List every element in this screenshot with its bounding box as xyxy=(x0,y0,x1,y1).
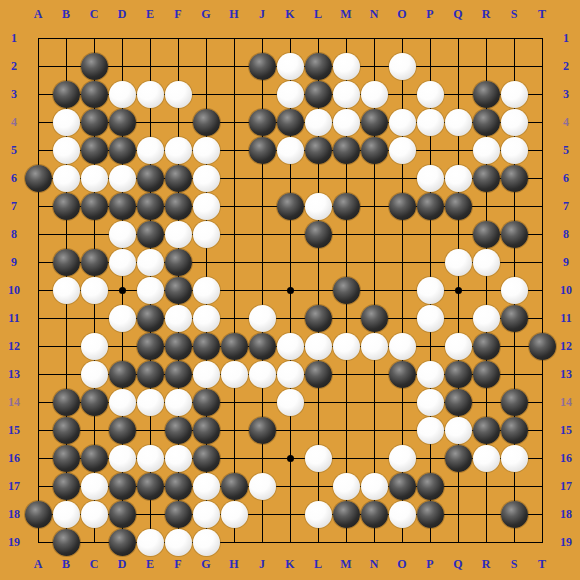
row-label-left: 19 xyxy=(4,535,24,549)
white-stone[interactable]: ○ xyxy=(305,109,332,136)
white-stone[interactable]: ○ xyxy=(193,137,220,164)
column-label-top: K xyxy=(280,7,300,21)
black-stone[interactable]: ● xyxy=(333,193,360,220)
column-label-bottom: G xyxy=(196,557,216,571)
white-stone[interactable]: ○ xyxy=(501,137,528,164)
black-stone[interactable]: ● xyxy=(361,109,388,136)
white-stone[interactable]: ○ xyxy=(109,305,136,332)
black-stone[interactable]: ● xyxy=(221,473,248,500)
white-stone[interactable]: ○ xyxy=(109,165,136,192)
white-stone[interactable]: ○ xyxy=(193,305,220,332)
black-stone[interactable]: ● xyxy=(81,193,108,220)
black-stone[interactable]: ● xyxy=(109,473,136,500)
black-stone[interactable]: ● xyxy=(193,417,220,444)
white-stone[interactable]: ○ xyxy=(109,389,136,416)
black-stone[interactable]: ● xyxy=(305,53,332,80)
column-label-bottom: S xyxy=(504,557,524,571)
row-label-right: 1 xyxy=(556,31,576,45)
black-stone[interactable]: ● xyxy=(445,389,472,416)
black-stone[interactable]: ● xyxy=(53,249,80,276)
black-stone[interactable]: ● xyxy=(193,109,220,136)
row-label-left: 5 xyxy=(4,143,24,157)
white-stone[interactable]: ○ xyxy=(333,333,360,360)
white-stone[interactable]: ○ xyxy=(389,445,416,472)
column-label-bottom: R xyxy=(476,557,496,571)
white-stone[interactable]: ○ xyxy=(193,361,220,388)
black-stone[interactable]: ● xyxy=(193,333,220,360)
star-point xyxy=(119,287,126,294)
black-stone[interactable]: ● xyxy=(305,137,332,164)
white-stone[interactable]: ○ xyxy=(165,81,192,108)
black-stone[interactable]: ● xyxy=(529,333,556,360)
black-stone[interactable]: ● xyxy=(473,417,500,444)
white-stone[interactable]: ○ xyxy=(193,529,220,556)
row-label-right: 7 xyxy=(556,199,576,213)
white-stone[interactable]: ○ xyxy=(81,501,108,528)
white-stone[interactable]: ○ xyxy=(249,361,276,388)
column-label-bottom: O xyxy=(392,557,412,571)
black-stone[interactable]: ● xyxy=(249,53,276,80)
black-stone[interactable]: ● xyxy=(473,361,500,388)
black-stone[interactable]: ● xyxy=(417,473,444,500)
white-stone[interactable]: ○ xyxy=(417,277,444,304)
column-label-top: G xyxy=(196,7,216,21)
white-stone[interactable]: ○ xyxy=(277,361,304,388)
black-stone[interactable]: ● xyxy=(109,193,136,220)
black-stone[interactable]: ● xyxy=(109,137,136,164)
black-stone[interactable]: ● xyxy=(473,333,500,360)
row-label-right: 16 xyxy=(556,451,576,465)
row-label-right: 11 xyxy=(556,311,576,325)
white-stone[interactable]: ○ xyxy=(305,333,332,360)
white-stone[interactable]: ○ xyxy=(473,305,500,332)
white-stone[interactable]: ○ xyxy=(221,361,248,388)
white-stone[interactable]: ○ xyxy=(249,305,276,332)
black-stone[interactable]: ● xyxy=(137,305,164,332)
column-label-bottom: A xyxy=(28,557,48,571)
black-stone[interactable]: ● xyxy=(81,445,108,472)
column-label-top: M xyxy=(336,7,356,21)
row-label-right: 4 xyxy=(556,115,576,129)
row-label-right: 13 xyxy=(556,367,576,381)
white-stone[interactable]: ○ xyxy=(137,529,164,556)
white-stone[interactable]: ○ xyxy=(249,473,276,500)
white-stone[interactable]: ○ xyxy=(81,361,108,388)
column-label-top: F xyxy=(168,7,188,21)
row-label-right: 6 xyxy=(556,171,576,185)
black-stone[interactable]: ● xyxy=(81,109,108,136)
white-stone[interactable]: ○ xyxy=(277,53,304,80)
column-label-top: T xyxy=(532,7,552,21)
white-stone[interactable]: ○ xyxy=(445,165,472,192)
black-stone[interactable]: ● xyxy=(361,501,388,528)
row-label-right: 12 xyxy=(556,339,576,353)
black-stone[interactable]: ● xyxy=(445,445,472,472)
black-stone[interactable]: ● xyxy=(53,389,80,416)
white-stone[interactable]: ○ xyxy=(389,53,416,80)
black-stone[interactable]: ● xyxy=(165,473,192,500)
white-stone[interactable]: ○ xyxy=(137,81,164,108)
black-stone[interactable]: ● xyxy=(361,305,388,332)
white-stone[interactable]: ○ xyxy=(501,277,528,304)
column-label-top: R xyxy=(476,7,496,21)
black-stone[interactable]: ● xyxy=(165,249,192,276)
black-stone[interactable]: ● xyxy=(389,361,416,388)
white-stone[interactable]: ○ xyxy=(417,165,444,192)
white-stone[interactable]: ○ xyxy=(137,389,164,416)
white-stone[interactable]: ○ xyxy=(417,417,444,444)
black-stone[interactable]: ● xyxy=(109,361,136,388)
black-stone[interactable]: ● xyxy=(109,501,136,528)
column-label-bottom: Q xyxy=(448,557,468,571)
row-label-left: 9 xyxy=(4,255,24,269)
white-stone[interactable]: ○ xyxy=(501,81,528,108)
black-stone[interactable]: ● xyxy=(53,473,80,500)
column-label-top: B xyxy=(56,7,76,21)
black-stone[interactable]: ● xyxy=(417,193,444,220)
white-stone[interactable]: ○ xyxy=(445,109,472,136)
black-stone[interactable]: ● xyxy=(305,361,332,388)
black-stone[interactable]: ● xyxy=(53,529,80,556)
white-stone[interactable]: ○ xyxy=(137,277,164,304)
row-label-left: 7 xyxy=(4,199,24,213)
white-stone[interactable]: ○ xyxy=(305,501,332,528)
black-stone[interactable]: ● xyxy=(165,333,192,360)
black-stone[interactable]: ● xyxy=(473,165,500,192)
white-stone[interactable]: ○ xyxy=(277,389,304,416)
black-stone[interactable]: ● xyxy=(165,361,192,388)
white-stone[interactable]: ○ xyxy=(417,389,444,416)
white-stone[interactable]: ○ xyxy=(361,333,388,360)
white-stone[interactable]: ○ xyxy=(53,137,80,164)
star-point xyxy=(287,287,294,294)
black-stone[interactable]: ● xyxy=(333,137,360,164)
row-label-left: 18 xyxy=(4,507,24,521)
column-label-bottom: C xyxy=(84,557,104,571)
row-label-left: 16 xyxy=(4,451,24,465)
column-label-bottom: H xyxy=(224,557,244,571)
black-stone[interactable]: ● xyxy=(53,445,80,472)
white-stone[interactable]: ○ xyxy=(333,81,360,108)
column-label-top: Q xyxy=(448,7,468,21)
white-stone[interactable]: ○ xyxy=(417,109,444,136)
black-stone[interactable]: ● xyxy=(81,137,108,164)
row-label-right: 2 xyxy=(556,59,576,73)
column-label-bottom: B xyxy=(56,557,76,571)
black-stone[interactable]: ● xyxy=(53,193,80,220)
white-stone[interactable]: ○ xyxy=(445,249,472,276)
column-label-top: J xyxy=(252,7,272,21)
white-stone[interactable]: ○ xyxy=(473,445,500,472)
white-stone[interactable]: ○ xyxy=(53,277,80,304)
white-stone[interactable]: ○ xyxy=(389,137,416,164)
column-label-top: C xyxy=(84,7,104,21)
column-label-bottom: T xyxy=(532,557,552,571)
black-stone[interactable]: ● xyxy=(137,193,164,220)
white-stone[interactable]: ○ xyxy=(81,165,108,192)
white-stone[interactable]: ○ xyxy=(221,501,248,528)
black-stone[interactable]: ● xyxy=(501,221,528,248)
black-stone[interactable]: ● xyxy=(249,333,276,360)
white-stone[interactable]: ○ xyxy=(165,529,192,556)
black-stone[interactable]: ● xyxy=(333,501,360,528)
white-stone[interactable]: ○ xyxy=(445,333,472,360)
black-stone[interactable]: ● xyxy=(137,221,164,248)
row-label-left: 3 xyxy=(4,87,24,101)
column-label-bottom: E xyxy=(140,557,160,571)
black-stone[interactable]: ● xyxy=(165,501,192,528)
black-stone[interactable]: ● xyxy=(389,473,416,500)
row-label-left: 8 xyxy=(4,227,24,241)
white-stone[interactable]: ○ xyxy=(417,361,444,388)
white-stone[interactable]: ○ xyxy=(81,333,108,360)
white-stone[interactable]: ○ xyxy=(501,445,528,472)
black-stone[interactable]: ● xyxy=(109,109,136,136)
white-stone[interactable]: ○ xyxy=(305,445,332,472)
row-label-left: 13 xyxy=(4,367,24,381)
white-stone[interactable]: ○ xyxy=(193,501,220,528)
row-label-left: 10 xyxy=(4,283,24,297)
black-stone[interactable]: ● xyxy=(193,389,220,416)
white-stone[interactable]: ○ xyxy=(501,109,528,136)
column-label-top: L xyxy=(308,7,328,21)
column-label-bottom: N xyxy=(364,557,384,571)
black-stone[interactable]: ● xyxy=(501,501,528,528)
white-stone[interactable]: ○ xyxy=(165,137,192,164)
white-stone[interactable]: ○ xyxy=(137,445,164,472)
black-stone[interactable]: ● xyxy=(501,165,528,192)
white-stone[interactable]: ○ xyxy=(333,53,360,80)
white-stone[interactable]: ○ xyxy=(165,445,192,472)
column-label-top: S xyxy=(504,7,524,21)
white-stone[interactable]: ○ xyxy=(137,137,164,164)
grid-line-vertical xyxy=(542,38,543,543)
column-label-top: P xyxy=(420,7,440,21)
white-stone[interactable]: ○ xyxy=(193,473,220,500)
black-stone[interactable]: ● xyxy=(389,193,416,220)
black-stone[interactable]: ● xyxy=(361,137,388,164)
column-label-top: O xyxy=(392,7,412,21)
white-stone[interactable]: ○ xyxy=(193,221,220,248)
white-stone[interactable]: ○ xyxy=(389,333,416,360)
black-stone[interactable]: ● xyxy=(305,81,332,108)
column-label-top: D xyxy=(112,7,132,21)
row-label-right: 3 xyxy=(556,87,576,101)
white-stone[interactable]: ○ xyxy=(109,249,136,276)
white-stone[interactable]: ○ xyxy=(81,473,108,500)
row-label-left: 17 xyxy=(4,479,24,493)
black-stone[interactable]: ● xyxy=(137,361,164,388)
white-stone[interactable]: ○ xyxy=(193,193,220,220)
black-stone[interactable]: ● xyxy=(221,333,248,360)
black-stone[interactable]: ● xyxy=(501,417,528,444)
white-stone[interactable]: ○ xyxy=(137,249,164,276)
black-stone[interactable]: ● xyxy=(165,277,192,304)
black-stone[interactable]: ● xyxy=(445,193,472,220)
row-label-right: 14 xyxy=(556,395,576,409)
row-label-right: 15 xyxy=(556,423,576,437)
column-label-bottom: J xyxy=(252,557,272,571)
black-stone[interactable]: ● xyxy=(53,417,80,444)
white-stone[interactable]: ○ xyxy=(473,137,500,164)
black-stone[interactable]: ● xyxy=(249,137,276,164)
black-stone[interactable]: ● xyxy=(249,417,276,444)
column-label-bottom: F xyxy=(168,557,188,571)
white-stone[interactable]: ○ xyxy=(333,109,360,136)
column-label-bottom: P xyxy=(420,557,440,571)
black-stone[interactable]: ● xyxy=(81,389,108,416)
black-stone[interactable]: ● xyxy=(137,473,164,500)
white-stone[interactable]: ○ xyxy=(165,389,192,416)
column-label-bottom: D xyxy=(112,557,132,571)
black-stone[interactable]: ● xyxy=(305,221,332,248)
black-stone[interactable]: ● xyxy=(137,165,164,192)
white-stone[interactable]: ○ xyxy=(165,221,192,248)
column-label-bottom: M xyxy=(336,557,356,571)
white-stone[interactable]: ○ xyxy=(305,193,332,220)
white-stone[interactable]: ○ xyxy=(277,333,304,360)
black-stone[interactable]: ● xyxy=(305,305,332,332)
row-label-left: 15 xyxy=(4,423,24,437)
black-stone[interactable]: ● xyxy=(473,109,500,136)
black-stone[interactable]: ● xyxy=(25,165,52,192)
white-stone[interactable]: ○ xyxy=(445,417,472,444)
row-label-left: 6 xyxy=(4,171,24,185)
white-stone[interactable]: ○ xyxy=(473,249,500,276)
black-stone[interactable]: ● xyxy=(277,109,304,136)
row-label-right: 9 xyxy=(556,255,576,269)
row-label-left: 2 xyxy=(4,59,24,73)
white-stone[interactable]: ○ xyxy=(417,305,444,332)
black-stone[interactable]: ● xyxy=(137,333,164,360)
white-stone[interactable]: ○ xyxy=(53,501,80,528)
white-stone[interactable]: ○ xyxy=(389,109,416,136)
row-label-right: 18 xyxy=(556,507,576,521)
row-label-right: 10 xyxy=(556,283,576,297)
column-label-bottom: K xyxy=(280,557,300,571)
column-label-top: A xyxy=(28,7,48,21)
black-stone[interactable]: ● xyxy=(109,529,136,556)
row-label-left: 1 xyxy=(4,31,24,45)
black-stone[interactable]: ● xyxy=(501,389,528,416)
white-stone[interactable]: ○ xyxy=(53,109,80,136)
row-label-left: 11 xyxy=(4,311,24,325)
white-stone[interactable]: ○ xyxy=(277,81,304,108)
white-stone[interactable]: ○ xyxy=(333,473,360,500)
row-label-right: 17 xyxy=(556,479,576,493)
black-stone[interactable]: ● xyxy=(81,53,108,80)
column-label-top: H xyxy=(224,7,244,21)
black-stone[interactable]: ● xyxy=(445,361,472,388)
goban[interactable]: AABBCCDDEEFFGGHHJJKKLLMMNNOOPPQQRRSSTT11… xyxy=(0,0,580,580)
white-stone[interactable]: ○ xyxy=(389,501,416,528)
black-stone[interactable]: ● xyxy=(81,81,108,108)
black-stone[interactable]: ● xyxy=(165,417,192,444)
black-stone[interactable]: ● xyxy=(333,277,360,304)
black-stone[interactable]: ● xyxy=(193,445,220,472)
column-label-top: N xyxy=(364,7,384,21)
black-stone[interactable]: ● xyxy=(277,193,304,220)
row-label-right: 8 xyxy=(556,227,576,241)
row-label-right: 5 xyxy=(556,143,576,157)
white-stone[interactable]: ○ xyxy=(81,277,108,304)
black-stone[interactable]: ● xyxy=(165,193,192,220)
star-point xyxy=(455,287,462,294)
white-stone[interactable]: ○ xyxy=(361,81,388,108)
white-stone[interactable]: ○ xyxy=(193,165,220,192)
column-label-bottom: L xyxy=(308,557,328,571)
row-label-left: 14 xyxy=(4,395,24,409)
black-stone[interactable]: ● xyxy=(25,501,52,528)
white-stone[interactable]: ○ xyxy=(109,445,136,472)
column-label-top: E xyxy=(140,7,160,21)
row-label-right: 19 xyxy=(556,535,576,549)
black-stone[interactable]: ● xyxy=(249,109,276,136)
white-stone[interactable]: ○ xyxy=(53,165,80,192)
star-point xyxy=(287,455,294,462)
row-label-left: 4 xyxy=(4,115,24,129)
black-stone[interactable]: ● xyxy=(165,165,192,192)
black-stone[interactable]: ● xyxy=(109,417,136,444)
row-label-left: 12 xyxy=(4,339,24,353)
white-stone[interactable]: ○ xyxy=(165,305,192,332)
white-stone[interactable]: ○ xyxy=(109,81,136,108)
white-stone[interactable]: ○ xyxy=(193,277,220,304)
black-stone[interactable]: ● xyxy=(473,221,500,248)
black-stone[interactable]: ● xyxy=(81,249,108,276)
black-stone[interactable]: ● xyxy=(501,305,528,332)
white-stone[interactable]: ○ xyxy=(417,81,444,108)
black-stone[interactable]: ● xyxy=(473,81,500,108)
black-stone[interactable]: ● xyxy=(417,501,444,528)
white-stone[interactable]: ○ xyxy=(109,221,136,248)
white-stone[interactable]: ○ xyxy=(361,473,388,500)
black-stone[interactable]: ● xyxy=(53,81,80,108)
white-stone[interactable]: ○ xyxy=(277,137,304,164)
